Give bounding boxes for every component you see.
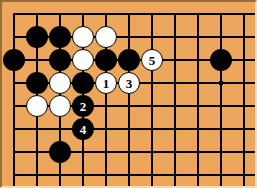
grid-line-v — [82, 13, 84, 25]
grid-line-v — [128, 94, 130, 117]
grid-line-v — [174, 48, 176, 71]
grid-line-v — [59, 13, 61, 25]
intersection-c2-r1 — [25, 2, 48, 25]
grid-line-v — [197, 48, 199, 71]
grid-line-v — [174, 71, 176, 94]
intersection-c1-r8 — [2, 163, 25, 186]
grid-line-v — [36, 13, 38, 25]
intersection-c5-r5 — [94, 94, 117, 117]
grid-line-v — [128, 163, 130, 186]
grid-line-v — [220, 25, 222, 48]
intersection-c5-r6 — [94, 117, 117, 140]
grid-line-v — [105, 163, 107, 186]
intersection-c11-r5 — [232, 94, 255, 117]
intersection-c7-r2 — [140, 25, 163, 48]
intersection-c2-r5 — [25, 94, 48, 117]
intersection-c11-r4 — [232, 71, 255, 94]
intersection-c8-r6 — [163, 117, 186, 140]
intersection-c9-r3 — [186, 48, 209, 71]
grid-line-v — [13, 117, 15, 140]
grid-line-v — [197, 94, 199, 117]
grid-line-v — [13, 94, 15, 117]
white-stone — [72, 26, 94, 48]
intersection-c7-r1 — [140, 2, 163, 25]
intersection-c10-r4 — [209, 71, 232, 94]
intersection-c10-r5 — [209, 94, 232, 117]
intersection-c4-r3 — [71, 48, 94, 71]
black-stone — [49, 141, 71, 163]
grid-line-v — [243, 25, 245, 48]
white-stone — [49, 72, 71, 94]
intersection-c5-r3 — [94, 48, 117, 71]
grid-line-v — [197, 71, 199, 94]
grid-line-v — [174, 13, 176, 25]
intersection-c9-r5 — [186, 94, 209, 117]
intersection-c3-r7 — [48, 140, 71, 163]
grid-line-v — [105, 94, 107, 117]
white-stone-move-5: 5 — [141, 49, 163, 71]
intersection-c9-r8 — [186, 163, 209, 186]
intersection-c4-r5: 2 — [71, 94, 94, 117]
black-stone — [49, 26, 71, 48]
intersection-c2-r6 — [25, 117, 48, 140]
intersection-c10-r3 — [209, 48, 232, 71]
grid-line-v — [197, 13, 199, 25]
grid-line-v — [243, 71, 245, 94]
intersection-c6-r5 — [117, 94, 140, 117]
grid-line-v — [220, 140, 222, 163]
intersection-c6-r6 — [117, 117, 140, 140]
grid-line-v — [220, 13, 222, 25]
intersection-c5-r2 — [94, 25, 117, 48]
white-stone — [49, 95, 71, 117]
grid-line-v — [36, 117, 38, 140]
grid-line-v — [174, 140, 176, 163]
intersection-c8-r3 — [163, 48, 186, 71]
intersection-c10-r1 — [209, 2, 232, 25]
grid-line-v — [82, 140, 84, 163]
grid-line-v — [243, 48, 245, 71]
intersection-c5-r8 — [94, 163, 117, 186]
intersection-c10-r8 — [209, 163, 232, 186]
intersection-c1-r6 — [2, 117, 25, 140]
white-stone — [95, 26, 117, 48]
intersection-c1-r5 — [2, 94, 25, 117]
intersection-c3-r5 — [48, 94, 71, 117]
intersection-c6-r2 — [117, 25, 140, 48]
grid-line-v — [13, 140, 15, 163]
white-stone-move-1: 1 — [95, 72, 117, 94]
intersection-c9-r1 — [186, 2, 209, 25]
grid-line-v — [105, 117, 107, 140]
intersection-c3-r6 — [48, 117, 71, 140]
grid-line-v — [36, 140, 38, 163]
grid-line-v — [197, 140, 199, 163]
intersection-c2-r4 — [25, 71, 48, 94]
grid-line-v — [151, 117, 153, 140]
black-stone — [118, 49, 140, 71]
go-board-grid: 51324 — [2, 2, 255, 186]
intersection-c5-r1 — [94, 2, 117, 25]
grid-line-v — [128, 140, 130, 163]
intersection-c10-r6 — [209, 117, 232, 140]
grid-line-v — [82, 163, 84, 186]
intersection-c9-r6 — [186, 117, 209, 140]
intersection-c3-r4 — [48, 71, 71, 94]
intersection-c5-r4: 1 — [94, 71, 117, 94]
grid-line-v — [128, 25, 130, 48]
grid-line-v — [220, 163, 222, 186]
grid-line-v — [13, 163, 15, 186]
grid-line-v — [13, 25, 15, 48]
grid-line-v — [13, 71, 15, 94]
grid-line-v — [36, 163, 38, 186]
grid-line-v — [174, 25, 176, 48]
black-stone — [3, 49, 25, 71]
intersection-c9-r7 — [186, 140, 209, 163]
intersection-c11-r1 — [232, 2, 255, 25]
intersection-c8-r1 — [163, 2, 186, 25]
grid-line-v — [151, 163, 153, 186]
black-stone-move-2: 2 — [72, 95, 94, 117]
grid-line-v — [59, 117, 61, 140]
intersection-c8-r2 — [163, 25, 186, 48]
intersection-c7-r5 — [140, 94, 163, 117]
intersection-c3-r2 — [48, 25, 71, 48]
black-stone-move-4: 4 — [72, 118, 94, 140]
intersection-c3-r1 — [48, 2, 71, 25]
intersection-c11-r6 — [232, 117, 255, 140]
grid-line-v — [128, 117, 130, 140]
intersection-c8-r4 — [163, 71, 186, 94]
intersection-c9-r4 — [186, 71, 209, 94]
intersection-c6-r1 — [117, 2, 140, 25]
intersection-c6-r4: 3 — [117, 71, 140, 94]
grid-line-v — [243, 94, 245, 117]
grid-line-v — [151, 13, 153, 25]
grid-line-v — [243, 163, 245, 186]
intersection-c8-r7 — [163, 140, 186, 163]
intersection-c4-r7 — [71, 140, 94, 163]
intersection-c4-r4 — [71, 71, 94, 94]
intersection-c7-r3: 5 — [140, 48, 163, 71]
intersection-c1-r1 — [2, 2, 25, 25]
grid-line-v — [243, 13, 245, 25]
grid-line-v — [36, 48, 38, 71]
intersection-c1-r4 — [2, 71, 25, 94]
grid-line-v — [151, 94, 153, 117]
grid-line-v — [220, 117, 222, 140]
intersection-c3-r8 — [48, 163, 71, 186]
intersection-c11-r8 — [232, 163, 255, 186]
intersection-c4-r8 — [71, 163, 94, 186]
black-stone — [72, 72, 94, 94]
grid-line-v — [220, 94, 222, 117]
go-board-diagram: 51324 — [0, 0, 257, 188]
intersection-c1-r2 — [2, 25, 25, 48]
grid-line-v — [128, 13, 130, 25]
intersection-c1-r7 — [2, 140, 25, 163]
intersection-c5-r7 — [94, 140, 117, 163]
grid-line-v — [197, 117, 199, 140]
grid-line-v — [174, 117, 176, 140]
black-stone — [210, 49, 232, 71]
grid-line-v — [197, 163, 199, 186]
intersection-c9-r2 — [186, 25, 209, 48]
grid-line-v — [243, 117, 245, 140]
intersection-c2-r2 — [25, 25, 48, 48]
grid-line-v — [197, 25, 199, 48]
grid-line-v — [151, 71, 153, 94]
intersection-c7-r7 — [140, 140, 163, 163]
intersection-c1-r3 — [2, 48, 25, 71]
intersection-c2-r7 — [25, 140, 48, 163]
black-stone — [26, 26, 48, 48]
intersection-c7-r6 — [140, 117, 163, 140]
grid-line-v — [105, 13, 107, 25]
white-stone — [72, 49, 94, 71]
intersection-c4-r1 — [71, 2, 94, 25]
intersection-c11-r2 — [232, 25, 255, 48]
intersection-c6-r3 — [117, 48, 140, 71]
intersection-c4-r2 — [71, 25, 94, 48]
grid-line-v — [151, 140, 153, 163]
intersection-c11-r7 — [232, 140, 255, 163]
intersection-c2-r8 — [25, 163, 48, 186]
white-stone-move-3: 3 — [118, 72, 140, 94]
intersection-c6-r7 — [117, 140, 140, 163]
grid-line-v — [105, 140, 107, 163]
intersection-c7-r4 — [140, 71, 163, 94]
grid-line-v — [243, 140, 245, 163]
grid-line-v — [59, 163, 61, 186]
grid-line-v — [151, 25, 153, 48]
grid-line-v — [174, 163, 176, 186]
black-stone — [49, 49, 71, 71]
star-point-marker — [219, 81, 223, 85]
intersection-c3-r3 — [48, 48, 71, 71]
intersection-c8-r5 — [163, 94, 186, 117]
intersection-c2-r3 — [25, 48, 48, 71]
white-stone — [26, 95, 48, 117]
intersection-c10-r7 — [209, 140, 232, 163]
grid-line-v — [174, 94, 176, 117]
black-stone — [95, 49, 117, 71]
intersection-c11-r3 — [232, 48, 255, 71]
intersection-c7-r8 — [140, 163, 163, 186]
grid-line-v — [13, 13, 15, 25]
intersection-c10-r2 — [209, 25, 232, 48]
black-stone — [26, 72, 48, 94]
intersection-c8-r8 — [163, 163, 186, 186]
intersection-c6-r8 — [117, 163, 140, 186]
intersection-c4-r6: 4 — [71, 117, 94, 140]
